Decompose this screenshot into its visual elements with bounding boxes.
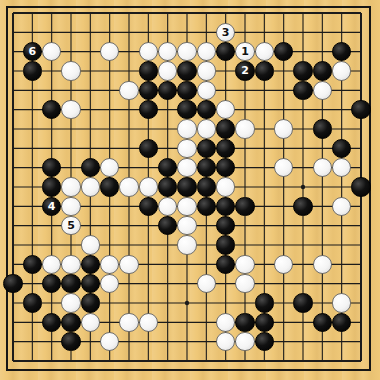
stone-white: [177, 42, 196, 61]
stone-black: [197, 177, 216, 196]
stone-white: [119, 81, 138, 100]
go-board-diagram: 361245: [0, 0, 380, 380]
stone-black: [23, 293, 42, 312]
stone-black: [81, 293, 100, 312]
stone-black: [139, 197, 158, 216]
stone-black: [293, 197, 312, 216]
stone-black: [293, 293, 312, 312]
stone-white: [197, 81, 216, 100]
star-point: [185, 301, 189, 305]
stone-black: [255, 313, 274, 332]
stone-white: [332, 61, 351, 80]
stone-white: [119, 177, 138, 196]
stone-black: [177, 61, 196, 80]
stone-black: [81, 255, 100, 274]
stone-white: [61, 100, 80, 119]
stone-white: [216, 177, 235, 196]
stone-white: [61, 177, 80, 196]
stone-black: [100, 177, 119, 196]
stone-black: [3, 274, 22, 293]
move-number-label: 3: [222, 26, 230, 37]
stone-white: [274, 119, 293, 138]
stone-white: [139, 313, 158, 332]
stone-white: [332, 293, 351, 312]
stone-black: [197, 197, 216, 216]
stone-white: [177, 158, 196, 177]
stone-white: [197, 119, 216, 138]
stone-black: [255, 293, 274, 312]
stone-black: [313, 61, 332, 80]
stone-black: [61, 332, 80, 351]
stone-black: [139, 81, 158, 100]
stone-white: [119, 255, 138, 274]
stone-black: [177, 100, 196, 119]
stone-black: [235, 313, 254, 332]
move-number-label: 5: [67, 220, 75, 231]
stone-white: [235, 255, 254, 274]
stone-white: 5: [61, 216, 80, 235]
stone-white: [197, 61, 216, 80]
stone-white: [313, 81, 332, 100]
stone-black: [313, 313, 332, 332]
stone-black: [255, 61, 274, 80]
stone-white: [61, 61, 80, 80]
stone-black: [216, 119, 235, 138]
star-point: [301, 185, 305, 189]
stone-white: [235, 332, 254, 351]
stone-black: [23, 61, 42, 80]
stone-black: [139, 139, 158, 158]
stone-black: [293, 81, 312, 100]
stone-white: [81, 313, 100, 332]
stone-white: [177, 235, 196, 254]
stone-black: [42, 177, 61, 196]
stone-white: [139, 177, 158, 196]
stone-white: [61, 255, 80, 274]
stone-white: [177, 197, 196, 216]
stone-black: [61, 274, 80, 293]
stone-black: [235, 197, 254, 216]
stone-black: [61, 313, 80, 332]
stone-black: [351, 100, 370, 119]
stone-black: [197, 139, 216, 158]
stone-white: [81, 177, 100, 196]
stone-white: [158, 61, 177, 80]
move-number-label: 1: [241, 46, 249, 57]
stone-black: [293, 61, 312, 80]
stone-black: [313, 119, 332, 138]
stone-black: [139, 61, 158, 80]
stone-white: 1: [235, 42, 254, 61]
stone-white: [119, 313, 138, 332]
move-number-label: 4: [48, 200, 56, 211]
stone-black: [177, 177, 196, 196]
move-number-label: 2: [241, 65, 249, 76]
stone-black: [177, 81, 196, 100]
move-number-label: 6: [28, 46, 36, 57]
stone-black: [23, 255, 42, 274]
stone-white: [235, 119, 254, 138]
stone-white: [61, 197, 80, 216]
stone-white: [235, 274, 254, 293]
stone-white: [313, 255, 332, 274]
stone-black: [216, 235, 235, 254]
stone-black: [351, 177, 370, 196]
stone-white: [177, 139, 196, 158]
stone-white: [61, 293, 80, 312]
stone-black: [158, 177, 177, 196]
stone-black: 2: [235, 61, 254, 80]
stone-white: [81, 235, 100, 254]
stone-white: [177, 216, 196, 235]
stone-white: [177, 119, 196, 138]
